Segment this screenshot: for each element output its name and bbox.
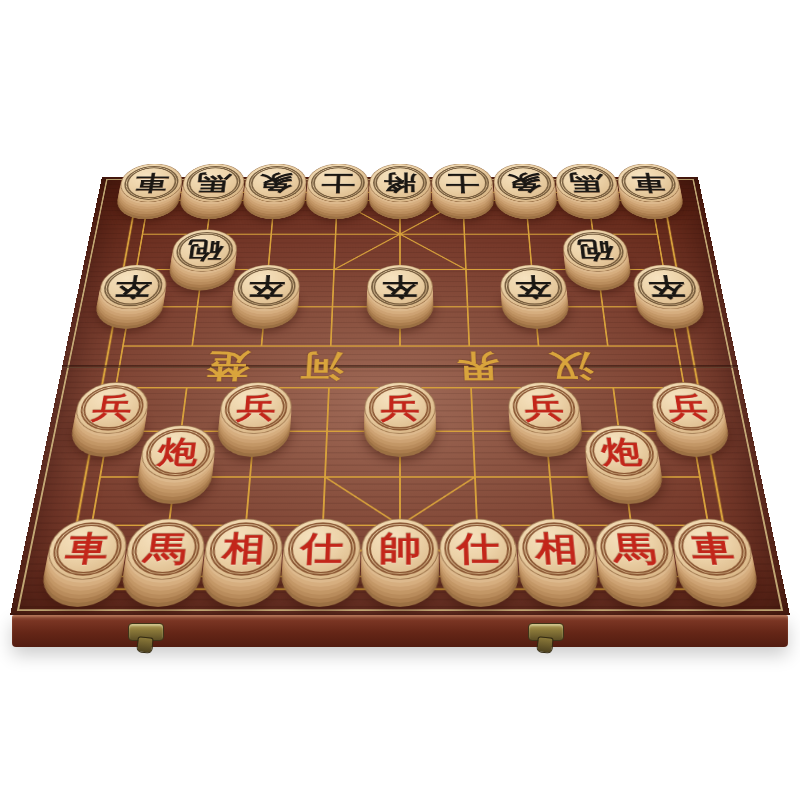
piece-character: 車 <box>630 172 667 193</box>
river-char-chu: 楚 <box>202 348 254 384</box>
xiangqi-board: 楚 河 界 汉 車馬象士將士象馬車砲砲卒卒卒卒卒兵兵兵兵兵炮炮車馬相仕帥仕相馬車 <box>10 177 790 615</box>
piece-character: 士 <box>320 172 355 193</box>
latch-left <box>126 623 166 647</box>
piece-character: 卒 <box>247 275 285 299</box>
piece-character: 車 <box>688 532 736 566</box>
piece-character: 仕 <box>300 532 344 566</box>
piece-character: 卒 <box>113 275 153 299</box>
board-case-front <box>12 615 788 647</box>
piece-character: 士 <box>445 172 480 193</box>
piece-character: 炮 <box>156 437 200 467</box>
piece-character: 馬 <box>142 532 189 566</box>
piece-character: 帥 <box>379 532 422 566</box>
piece-character: 相 <box>534 532 579 566</box>
piece-character: 象 <box>258 172 294 193</box>
piece-character: 兵 <box>666 393 710 421</box>
product-photo-scene: 楚 河 界 汉 車馬象士將士象馬車砲砲卒卒卒卒卒兵兵兵兵兵炮炮車馬相仕帥仕相馬車 <box>0 0 800 800</box>
piece-red-soldier[interactable]: 兵 <box>364 382 436 434</box>
river-char-he: 河 <box>297 348 347 384</box>
piece-character: 車 <box>133 172 170 193</box>
piece-black-general[interactable]: 將 <box>369 164 431 203</box>
piece-character: 馬 <box>568 172 605 193</box>
piece-character: 仕 <box>456 532 500 566</box>
piece-black-advisor[interactable]: 士 <box>431 164 494 203</box>
piece-character: 卒 <box>514 275 552 299</box>
piece-character: 兵 <box>380 393 419 421</box>
piece-character: 馬 <box>611 532 658 566</box>
latch-hook <box>536 636 554 654</box>
latch-hook <box>136 636 154 654</box>
river-char-han: 汉 <box>546 348 598 384</box>
piece-character: 車 <box>63 532 111 566</box>
piece-character: 砲 <box>576 239 614 262</box>
piece-character: 象 <box>507 172 543 193</box>
board-fold-seam <box>62 365 738 367</box>
piece-character: 兵 <box>235 393 277 421</box>
piece-character: 兵 <box>523 393 565 421</box>
piece-character: 馬 <box>195 172 232 193</box>
piece-character: 相 <box>221 532 266 566</box>
latch-right <box>526 623 566 647</box>
piece-character: 炮 <box>600 437 644 467</box>
river-char-jie: 界 <box>453 348 503 384</box>
piece-character: 卒 <box>382 275 419 299</box>
piece-character: 砲 <box>185 239 223 262</box>
piece-red-general[interactable]: 帥 <box>361 519 439 580</box>
piece-character: 卒 <box>647 275 687 299</box>
piece-character: 兵 <box>90 393 134 421</box>
piece-character: 將 <box>383 172 417 193</box>
